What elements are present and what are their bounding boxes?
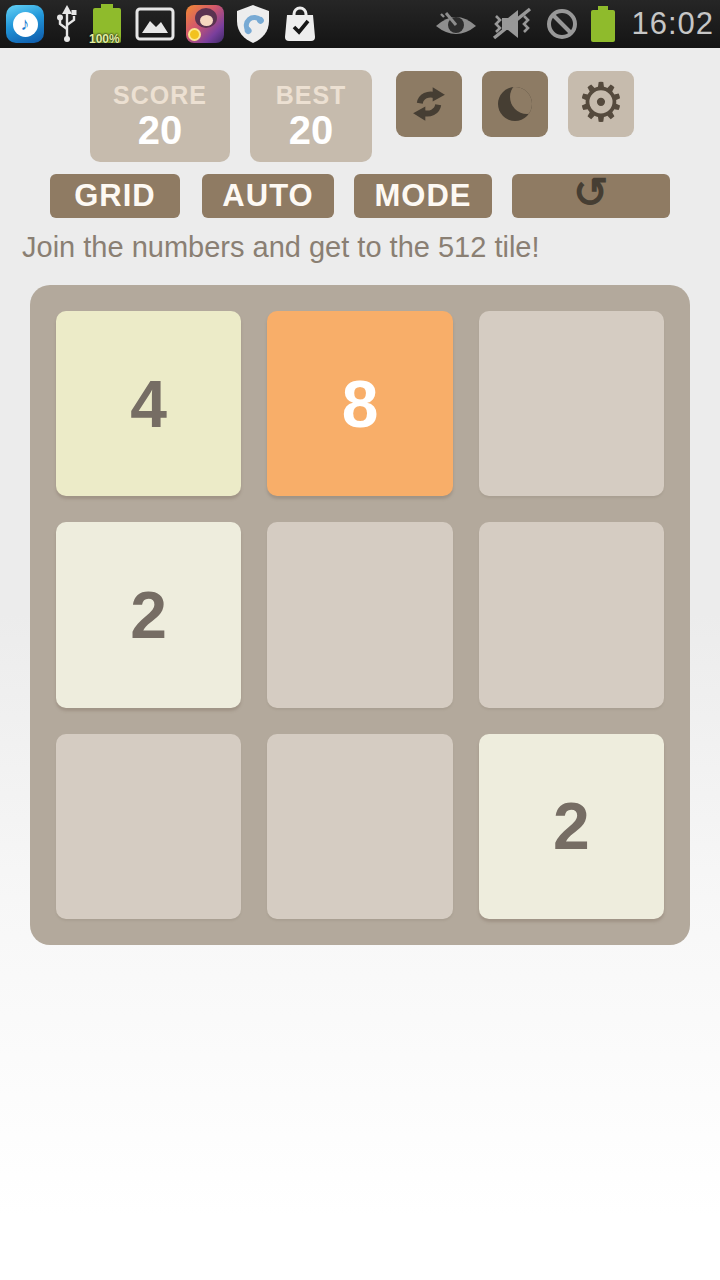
game-coin [188, 28, 201, 41]
shopping-bag-icon [282, 5, 318, 43]
tile-r1c0: 2 [56, 522, 241, 707]
status-bar-right: 16:02 [433, 4, 714, 44]
best-box: BEST 20 [250, 70, 372, 162]
gear-icon: ⚙ [577, 75, 625, 129]
night-mode-button[interactable] [482, 71, 548, 137]
game-character-face [200, 15, 213, 26]
tile-r0c1: 8 [267, 311, 452, 496]
music-app-icon: ♪ [6, 5, 44, 43]
auto-button[interactable]: AUTO [202, 174, 334, 218]
best-label: BEST [276, 83, 347, 108]
smart-stay-eye-icon [433, 8, 479, 40]
tile-r2c1 [267, 734, 452, 919]
battery-icon [590, 4, 618, 44]
usb-icon [55, 5, 79, 43]
tile-r2c2: 2 [479, 734, 664, 919]
phone-shield-icon [235, 4, 271, 44]
vibrate-mute-icon [490, 7, 534, 41]
best-value: 20 [289, 110, 334, 150]
app-screen: ♪ 100% [0, 0, 720, 1280]
swap-arrows-icon [406, 81, 451, 126]
reset-button[interactable]: ↺ [512, 174, 670, 218]
board-grid[interactable]: 4 8 2 2 [30, 285, 690, 945]
tile-r0c2 [479, 311, 664, 496]
score-value: 20 [138, 110, 183, 150]
score-label: SCORE [113, 83, 207, 108]
swap-button[interactable] [396, 71, 462, 137]
goal-text: Join the numbers and get to the 512 tile… [22, 231, 540, 264]
game-app-icon [186, 5, 224, 43]
gallery-icon [135, 7, 175, 41]
status-bar-left: ♪ 100% [6, 3, 318, 45]
battery-100-icon: 100% [90, 3, 124, 45]
interruptions-off-icon [545, 7, 579, 41]
clock-text: 16:02 [631, 6, 714, 42]
settings-button[interactable]: ⚙ [568, 71, 634, 137]
moon-icon [498, 87, 532, 121]
reset-icon: ↺ [573, 172, 609, 214]
battery-percent-label: 100% [89, 32, 120, 46]
grid-button[interactable]: GRID [50, 174, 180, 218]
music-note-icon: ♪ [13, 12, 38, 37]
tile-r1c2 [479, 522, 664, 707]
tile-r0c0: 4 [56, 311, 241, 496]
tile-r1c1 [267, 522, 452, 707]
score-box: SCORE 20 [90, 70, 230, 162]
battery-body [591, 10, 615, 42]
mode-button[interactable]: MODE [354, 174, 492, 218]
status-bar: ♪ 100% [0, 0, 720, 48]
tile-r2c0 [56, 734, 241, 919]
